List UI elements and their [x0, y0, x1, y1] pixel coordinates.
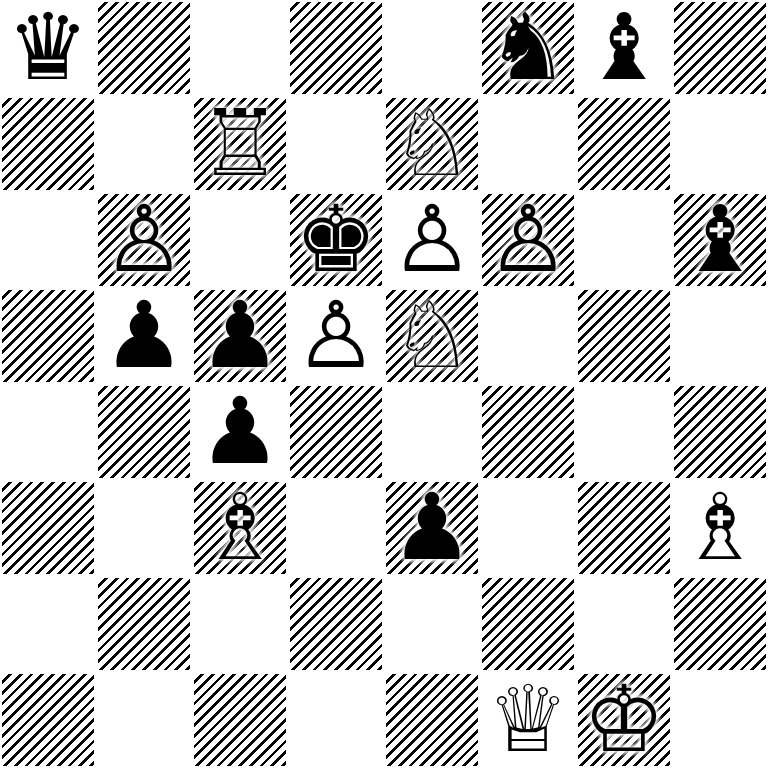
- square-e6[interactable]: ♙: [384, 192, 480, 288]
- square-d5[interactable]: ♙: [288, 288, 384, 384]
- piece-black-king-icon: ♚: [295, 192, 377, 288]
- square-a2[interactable]: [0, 576, 96, 672]
- square-g1[interactable]: ♔: [576, 672, 672, 768]
- square-b6[interactable]: ♙: [96, 192, 192, 288]
- square-g6[interactable]: [576, 192, 672, 288]
- square-f6[interactable]: ♙: [480, 192, 576, 288]
- square-h6[interactable]: ♝: [672, 192, 768, 288]
- square-f4[interactable]: [480, 384, 576, 480]
- piece-white-pawn-icon: ♙: [391, 192, 473, 288]
- square-h1[interactable]: [672, 672, 768, 768]
- square-h2[interactable]: [672, 576, 768, 672]
- square-b3[interactable]: [96, 480, 192, 576]
- piece-white-pawn-icon: ♙: [295, 288, 377, 384]
- square-d6[interactable]: ♚: [288, 192, 384, 288]
- piece-black-pawn-icon: ♟: [199, 288, 281, 384]
- square-e1[interactable]: [384, 672, 480, 768]
- piece-white-queen-icon: ♕: [487, 672, 569, 768]
- square-e5[interactable]: ♘: [384, 288, 480, 384]
- piece-black-pawn-icon: ♟: [199, 384, 281, 480]
- square-b7[interactable]: [96, 96, 192, 192]
- square-f1[interactable]: ♕: [480, 672, 576, 768]
- piece-white-pawn-icon: ♙: [487, 192, 569, 288]
- square-a8[interactable]: ♛: [0, 0, 96, 96]
- square-a6[interactable]: [0, 192, 96, 288]
- piece-black-queen-icon: ♛: [7, 0, 89, 96]
- square-e2[interactable]: [384, 576, 480, 672]
- piece-black-pawn-icon: ♟: [103, 288, 185, 384]
- square-f5[interactable]: [480, 288, 576, 384]
- chess-board: ♛♞♝♖♘♙♚♙♙♝♟♟♙♘♟♗♟♗♕♔: [0, 0, 768, 768]
- square-f7[interactable]: [480, 96, 576, 192]
- square-c6[interactable]: [192, 192, 288, 288]
- square-g5[interactable]: [576, 288, 672, 384]
- piece-black-bishop-icon: ♝: [583, 0, 665, 96]
- piece-white-rook-icon: ♖: [199, 96, 281, 192]
- square-a1[interactable]: [0, 672, 96, 768]
- piece-white-pawn-icon: ♙: [103, 192, 185, 288]
- square-c2[interactable]: [192, 576, 288, 672]
- square-h7[interactable]: [672, 96, 768, 192]
- piece-black-bishop-icon: ♝: [679, 192, 761, 288]
- square-e8[interactable]: [384, 0, 480, 96]
- square-g3[interactable]: [576, 480, 672, 576]
- square-a3[interactable]: [0, 480, 96, 576]
- square-d4[interactable]: [288, 384, 384, 480]
- square-h8[interactable]: [672, 0, 768, 96]
- square-f3[interactable]: [480, 480, 576, 576]
- square-d3[interactable]: [288, 480, 384, 576]
- square-a4[interactable]: [0, 384, 96, 480]
- square-b5[interactable]: ♟: [96, 288, 192, 384]
- square-f8[interactable]: ♞: [480, 0, 576, 96]
- piece-white-bishop-icon: ♗: [199, 480, 281, 576]
- square-c1[interactable]: [192, 672, 288, 768]
- square-d2[interactable]: [288, 576, 384, 672]
- square-b2[interactable]: [96, 576, 192, 672]
- square-b8[interactable]: [96, 0, 192, 96]
- square-g2[interactable]: [576, 576, 672, 672]
- square-h3[interactable]: ♗: [672, 480, 768, 576]
- piece-white-knight-icon: ♘: [391, 288, 473, 384]
- chess-board-container: ♛♞♝♖♘♙♚♙♙♝♟♟♙♘♟♗♟♗♕♔: [0, 0, 768, 768]
- square-c4[interactable]: ♟: [192, 384, 288, 480]
- square-h4[interactable]: [672, 384, 768, 480]
- square-b4[interactable]: [96, 384, 192, 480]
- square-g4[interactable]: [576, 384, 672, 480]
- piece-black-pawn-icon: ♟: [391, 480, 473, 576]
- square-f2[interactable]: [480, 576, 576, 672]
- square-a7[interactable]: [0, 96, 96, 192]
- square-c5[interactable]: ♟: [192, 288, 288, 384]
- square-e7[interactable]: ♘: [384, 96, 480, 192]
- square-g8[interactable]: ♝: [576, 0, 672, 96]
- piece-black-knight-icon: ♞: [487, 0, 569, 96]
- square-a5[interactable]: [0, 288, 96, 384]
- square-b1[interactable]: [96, 672, 192, 768]
- piece-white-king-icon: ♔: [583, 672, 665, 768]
- square-e3[interactable]: ♟: [384, 480, 480, 576]
- square-d1[interactable]: [288, 672, 384, 768]
- square-h5[interactable]: [672, 288, 768, 384]
- piece-white-knight-icon: ♘: [391, 96, 473, 192]
- square-d7[interactable]: [288, 96, 384, 192]
- square-e4[interactable]: [384, 384, 480, 480]
- piece-white-bishop-icon: ♗: [679, 480, 761, 576]
- square-g7[interactable]: [576, 96, 672, 192]
- square-c8[interactable]: [192, 0, 288, 96]
- square-c7[interactable]: ♖: [192, 96, 288, 192]
- square-c3[interactable]: ♗: [192, 480, 288, 576]
- square-d8[interactable]: [288, 0, 384, 96]
